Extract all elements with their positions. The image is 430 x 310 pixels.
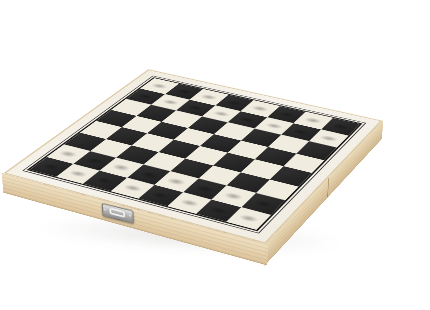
clasp-screw	[104, 208, 107, 211]
product-photo-scene: ♜♞♝♛♚♝♞♜♟♟♟♟♟♟♟♟♟♟♟♟♟♟♟♟♜♞♝♛♚♝♞♜	[0, 0, 430, 310]
metal-clasp-icon	[102, 203, 134, 224]
square-c4[interactable]	[132, 133, 173, 152]
clasp-screw	[129, 214, 132, 218]
fold-seam	[327, 177, 329, 197]
square-g6[interactable]	[268, 135, 308, 154]
